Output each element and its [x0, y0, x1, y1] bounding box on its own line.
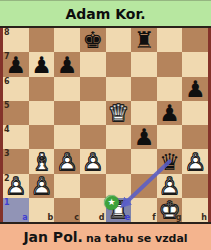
white-pawn-piece[interactable]: ♟♙: [29, 174, 55, 198]
square-e6[interactable]: [106, 77, 132, 101]
square-f4[interactable]: ♟: [131, 125, 157, 149]
square-c3[interactable]: ♟♙: [54, 149, 80, 173]
square-c6[interactable]: [54, 77, 80, 101]
square-g5[interactable]: ♟: [157, 101, 183, 125]
square-a8[interactable]: 8: [3, 28, 29, 52]
white-queen-piece[interactable]: ♛♕: [106, 101, 132, 125]
square-d8[interactable]: ♚: [80, 28, 106, 52]
black-pawn-piece[interactable]: ♟: [54, 52, 80, 76]
square-a3[interactable]: 3: [3, 149, 29, 173]
file-label-c: c: [74, 213, 79, 222]
square-d5[interactable]: [80, 101, 106, 125]
square-c1[interactable]: c: [54, 198, 80, 222]
square-e8[interactable]: [106, 28, 132, 52]
white-bishop-piece[interactable]: ♝♗: [29, 149, 55, 173]
black-queen-piece[interactable]: ♛: [157, 149, 183, 173]
square-a5[interactable]: 5: [3, 101, 29, 125]
square-c7[interactable]: ♟: [54, 52, 80, 76]
square-g1[interactable]: g♚♔: [157, 198, 183, 222]
square-f7[interactable]: [131, 52, 157, 76]
rank-label-7: 7: [4, 52, 10, 61]
square-d1[interactable]: d: [80, 198, 106, 222]
square-h5[interactable]: [182, 101, 208, 125]
square-f6[interactable]: [131, 77, 157, 101]
square-e4[interactable]: [106, 125, 132, 149]
white-pawn-piece[interactable]: ♟♙: [80, 149, 106, 173]
rank-label-8: 8: [4, 28, 10, 37]
square-f5[interactable]: [131, 101, 157, 125]
square-a4[interactable]: 4: [3, 125, 29, 149]
file-label-e: e: [125, 213, 130, 222]
square-g4[interactable]: [157, 125, 183, 149]
square-a1[interactable]: 1a: [3, 198, 29, 222]
black-king-piece[interactable]: ♚: [80, 28, 106, 52]
square-g7[interactable]: [157, 52, 183, 76]
square-c2[interactable]: [54, 174, 80, 198]
square-b6[interactable]: [29, 77, 55, 101]
rank-label-6: 6: [4, 77, 10, 86]
square-h4[interactable]: [182, 125, 208, 149]
square-b7[interactable]: ♟: [29, 52, 55, 76]
black-pawn-piece[interactable]: ♟: [29, 52, 55, 76]
black-pawn-piece[interactable]: ♟: [131, 125, 157, 149]
rank-label-4: 4: [4, 125, 10, 134]
square-e7[interactable]: [106, 52, 132, 76]
chess-game-viewer: Adam Kor. 8♚♜7♟♟♟6♟5♛♕♟4♟3♝♗♟♙♟♙♛♟♙2♟♙♟♙…: [0, 0, 211, 250]
square-a7[interactable]: 7♟: [3, 52, 29, 76]
file-label-a: a: [22, 213, 27, 222]
white-pawn-piece[interactable]: ♟♙: [157, 174, 183, 198]
square-b5[interactable]: [29, 101, 55, 125]
square-c5[interactable]: [54, 101, 80, 125]
white-pawn-piece[interactable]: ♟♙: [182, 149, 208, 173]
square-d2[interactable]: [80, 174, 106, 198]
white-pawn-piece[interactable]: ♟♙: [54, 149, 80, 173]
rank-label-5: 5: [4, 101, 10, 110]
square-h1[interactable]: h: [182, 198, 208, 222]
square-c4[interactable]: [54, 125, 80, 149]
square-c8[interactable]: [54, 28, 80, 52]
square-b4[interactable]: [29, 125, 55, 149]
square-h3[interactable]: ♟♙: [182, 149, 208, 173]
square-h6[interactable]: ♟: [182, 77, 208, 101]
square-h8[interactable]: [182, 28, 208, 52]
move-status-text: na tahu se vzdal: [86, 232, 188, 245]
square-d6[interactable]: [80, 77, 106, 101]
rank-label-2: 2: [4, 174, 10, 183]
square-g3[interactable]: ♛: [157, 149, 183, 173]
square-a6[interactable]: 6: [3, 77, 29, 101]
square-g8[interactable]: [157, 28, 183, 52]
square-b2[interactable]: ♟♙: [29, 174, 55, 198]
square-d7[interactable]: [80, 52, 106, 76]
file-label-f: f: [152, 213, 155, 222]
square-f1[interactable]: f: [131, 198, 157, 222]
black-rook-piece[interactable]: ♜: [131, 28, 157, 52]
square-h7[interactable]: [182, 52, 208, 76]
square-g2[interactable]: ♟♙: [157, 174, 183, 198]
black-pawn-piece[interactable]: ♟: [157, 101, 183, 125]
file-label-h: h: [201, 213, 207, 222]
square-d4[interactable]: [80, 125, 106, 149]
square-f3[interactable]: [131, 149, 157, 173]
square-b8[interactable]: [29, 28, 55, 52]
file-label-d: d: [99, 213, 105, 222]
square-e3[interactable]: [106, 149, 132, 173]
square-e2[interactable]: [106, 174, 132, 198]
player-top-name: Adam Kor.: [65, 6, 145, 22]
square-e5[interactable]: ♛♕: [106, 101, 132, 125]
square-b3[interactable]: ♝♗: [29, 149, 55, 173]
square-a2[interactable]: 2♟♙: [3, 174, 29, 198]
file-label-b: b: [48, 213, 54, 222]
player-bottom-name: Jan Pol.: [23, 229, 83, 245]
board: 8♚♜7♟♟♟6♟5♛♕♟4♟3♝♗♟♙♟♙♛♟♙2♟♙♟♙♟♙1abcde♜♖…: [3, 28, 208, 222]
rank-label-1: 1: [4, 198, 10, 207]
square-g6[interactable]: [157, 77, 183, 101]
rank-label-3: 3: [4, 149, 10, 158]
file-label-g: g: [176, 213, 182, 222]
square-f2[interactable]: [131, 174, 157, 198]
player-top-bar: Adam Kor.: [0, 0, 211, 26]
square-b1[interactable]: b: [29, 198, 55, 222]
square-f8[interactable]: ♜: [131, 28, 157, 52]
square-d3[interactable]: ♟♙: [80, 149, 106, 173]
black-pawn-piece[interactable]: ♟: [182, 77, 208, 101]
square-h2[interactable]: [182, 174, 208, 198]
player-bottom-bar: Jan Pol.na tahu se vzdal: [0, 224, 211, 250]
